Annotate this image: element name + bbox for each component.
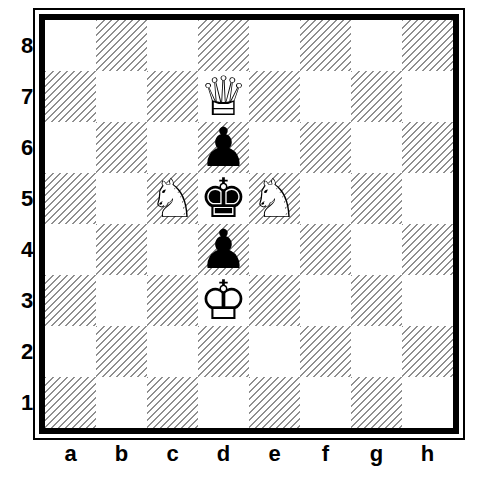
square-f6[interactable] bbox=[300, 122, 351, 173]
file-label-d: d bbox=[198, 441, 249, 467]
square-c2[interactable] bbox=[147, 326, 198, 377]
square-h7[interactable] bbox=[402, 71, 453, 122]
square-c6[interactable] bbox=[147, 122, 198, 173]
square-d7[interactable]: ♛♕ bbox=[198, 71, 249, 122]
square-a8[interactable] bbox=[45, 20, 96, 71]
square-a1[interactable] bbox=[45, 377, 96, 428]
board-inner-border: ♛♕♟♞♘♚♞♘♟♔ bbox=[39, 14, 459, 434]
square-a3[interactable] bbox=[45, 275, 96, 326]
square-b1[interactable] bbox=[96, 377, 147, 428]
square-g5[interactable] bbox=[351, 173, 402, 224]
file-label-e: e bbox=[249, 441, 300, 467]
chess-diagram: 87654321 ♛♕♟♞♘♚♞♘♟♔ abcdefgh bbox=[0, 0, 486, 477]
black-king-piece: ♚ bbox=[198, 173, 249, 224]
square-a5[interactable] bbox=[45, 173, 96, 224]
square-c1[interactable] bbox=[147, 377, 198, 428]
square-e7[interactable] bbox=[249, 71, 300, 122]
square-d6[interactable]: ♟ bbox=[198, 122, 249, 173]
file-label-a: a bbox=[45, 441, 96, 467]
white-knight-backing: ♞ bbox=[250, 174, 298, 222]
white-knight-piece: ♘ bbox=[249, 173, 300, 224]
file-label-b: b bbox=[96, 441, 147, 467]
square-d1[interactable] bbox=[198, 377, 249, 428]
square-d5[interactable]: ♚ bbox=[198, 173, 249, 224]
file-label-g: g bbox=[351, 441, 402, 467]
square-g4[interactable] bbox=[351, 224, 402, 275]
square-e6[interactable] bbox=[249, 122, 300, 173]
square-c8[interactable] bbox=[147, 20, 198, 71]
white-knight-piece: ♘ bbox=[147, 173, 198, 224]
square-a4[interactable] bbox=[45, 224, 96, 275]
square-e3[interactable] bbox=[249, 275, 300, 326]
square-h5[interactable] bbox=[402, 173, 453, 224]
square-e4[interactable] bbox=[249, 224, 300, 275]
file-label-c: c bbox=[147, 441, 198, 467]
square-d3[interactable]: ♔ bbox=[198, 275, 249, 326]
square-c7[interactable] bbox=[147, 71, 198, 122]
file-label-f: f bbox=[300, 441, 351, 467]
square-a2[interactable] bbox=[45, 326, 96, 377]
square-h8[interactable] bbox=[402, 20, 453, 71]
square-f2[interactable] bbox=[300, 326, 351, 377]
square-b6[interactable] bbox=[96, 122, 147, 173]
square-h1[interactable] bbox=[402, 377, 453, 428]
square-g7[interactable] bbox=[351, 71, 402, 122]
square-h6[interactable] bbox=[402, 122, 453, 173]
white-king-piece: ♔ bbox=[198, 275, 249, 326]
square-g8[interactable] bbox=[351, 20, 402, 71]
square-d2[interactable] bbox=[198, 326, 249, 377]
square-f1[interactable] bbox=[300, 377, 351, 428]
square-f4[interactable] bbox=[300, 224, 351, 275]
square-c4[interactable] bbox=[147, 224, 198, 275]
square-e1[interactable] bbox=[249, 377, 300, 428]
square-e5[interactable]: ♞♘ bbox=[249, 173, 300, 224]
square-h3[interactable] bbox=[402, 275, 453, 326]
square-g2[interactable] bbox=[351, 326, 402, 377]
square-d4[interactable]: ♟ bbox=[198, 224, 249, 275]
square-b2[interactable] bbox=[96, 326, 147, 377]
square-b8[interactable] bbox=[96, 20, 147, 71]
black-pawn-piece: ♟ bbox=[198, 224, 249, 275]
file-labels: abcdefgh bbox=[45, 441, 453, 467]
square-c3[interactable] bbox=[147, 275, 198, 326]
square-a6[interactable] bbox=[45, 122, 96, 173]
square-f7[interactable] bbox=[300, 71, 351, 122]
square-e8[interactable] bbox=[249, 20, 300, 71]
square-g1[interactable] bbox=[351, 377, 402, 428]
square-b3[interactable] bbox=[96, 275, 147, 326]
square-f3[interactable] bbox=[300, 275, 351, 326]
square-h2[interactable] bbox=[402, 326, 453, 377]
square-b7[interactable] bbox=[96, 71, 147, 122]
square-f5[interactable] bbox=[300, 173, 351, 224]
square-h4[interactable] bbox=[402, 224, 453, 275]
board-frame: ♛♕♟♞♘♚♞♘♟♔ bbox=[33, 8, 465, 440]
file-label-h: h bbox=[402, 441, 453, 467]
white-knight-backing: ♞ bbox=[148, 174, 196, 222]
square-g3[interactable] bbox=[351, 275, 402, 326]
white-queen-backing: ♛ bbox=[199, 72, 247, 120]
chess-board: ♛♕♟♞♘♚♞♘♟♔ bbox=[45, 20, 453, 428]
square-b5[interactable] bbox=[96, 173, 147, 224]
square-d8[interactable] bbox=[198, 20, 249, 71]
square-b4[interactable] bbox=[96, 224, 147, 275]
square-e2[interactable] bbox=[249, 326, 300, 377]
white-queen-piece: ♕ bbox=[198, 71, 249, 122]
square-a7[interactable] bbox=[45, 71, 96, 122]
black-pawn-piece: ♟ bbox=[198, 122, 249, 173]
square-g6[interactable] bbox=[351, 122, 402, 173]
square-c5[interactable]: ♞♘ bbox=[147, 173, 198, 224]
square-f8[interactable] bbox=[300, 20, 351, 71]
